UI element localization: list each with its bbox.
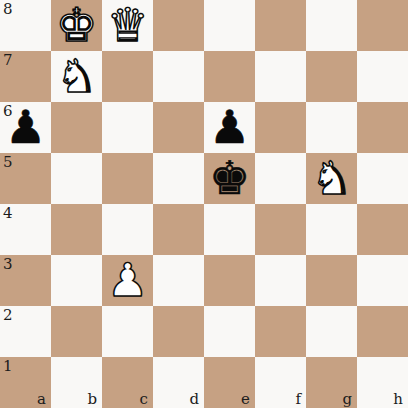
square-e4[interactable] [204, 204, 255, 255]
square-a3[interactable]: 3 [0, 255, 51, 306]
chess-board: 8♚♛7♞6♟♟5♚♞43♟21abcdefgh [0, 0, 408, 408]
square-c1[interactable]: c [102, 357, 153, 408]
file-label-c: c [140, 391, 148, 408]
white-knight[interactable]: ♞ [306, 153, 357, 204]
square-d3[interactable] [153, 255, 204, 306]
square-d8[interactable] [153, 0, 204, 51]
rank-label-5: 5 [3, 153, 13, 171]
square-f4[interactable] [255, 204, 306, 255]
square-g7[interactable] [306, 51, 357, 102]
file-label-e: e [241, 391, 250, 408]
square-d6[interactable] [153, 102, 204, 153]
rank-label-4: 4 [3, 204, 13, 222]
square-d7[interactable] [153, 51, 204, 102]
square-h3[interactable] [357, 255, 408, 306]
file-label-h: h [393, 391, 403, 408]
square-c4[interactable] [102, 204, 153, 255]
rank-label-8: 8 [3, 0, 13, 18]
square-h8[interactable] [357, 0, 408, 51]
square-h6[interactable] [357, 102, 408, 153]
square-c7[interactable] [102, 51, 153, 102]
square-b8[interactable]: ♚ [51, 0, 102, 51]
square-a6[interactable]: 6♟ [0, 102, 51, 153]
square-a7[interactable]: 7 [0, 51, 51, 102]
black-pawn[interactable]: ♟ [204, 102, 255, 153]
square-h4[interactable] [357, 204, 408, 255]
square-a2[interactable]: 2 [0, 306, 51, 357]
file-label-f: f [295, 391, 301, 408]
square-f8[interactable] [255, 0, 306, 51]
square-a1[interactable]: 1a [0, 357, 51, 408]
square-h7[interactable] [357, 51, 408, 102]
square-h2[interactable] [357, 306, 408, 357]
square-f1[interactable]: f [255, 357, 306, 408]
rank-label-7: 7 [3, 51, 13, 69]
black-pawn[interactable]: ♟ [0, 102, 51, 153]
square-b4[interactable] [51, 204, 102, 255]
square-e2[interactable] [204, 306, 255, 357]
square-h1[interactable]: h [357, 357, 408, 408]
square-f6[interactable] [255, 102, 306, 153]
square-e8[interactable] [204, 0, 255, 51]
square-a5[interactable]: 5 [0, 153, 51, 204]
square-h5[interactable] [357, 153, 408, 204]
square-g6[interactable] [306, 102, 357, 153]
white-king[interactable]: ♚ [51, 0, 102, 51]
square-c3[interactable]: ♟ [102, 255, 153, 306]
square-a8[interactable]: 8 [0, 0, 51, 51]
square-b1[interactable]: b [51, 357, 102, 408]
square-f2[interactable] [255, 306, 306, 357]
square-f3[interactable] [255, 255, 306, 306]
square-e7[interactable] [204, 51, 255, 102]
square-b6[interactable] [51, 102, 102, 153]
file-label-a: a [37, 391, 46, 408]
square-f5[interactable] [255, 153, 306, 204]
square-b5[interactable] [51, 153, 102, 204]
black-king[interactable]: ♚ [204, 153, 255, 204]
square-d2[interactable] [153, 306, 204, 357]
square-g5[interactable]: ♞ [306, 153, 357, 204]
square-b7[interactable]: ♞ [51, 51, 102, 102]
square-c8[interactable]: ♛ [102, 0, 153, 51]
square-b2[interactable] [51, 306, 102, 357]
square-g1[interactable]: g [306, 357, 357, 408]
white-knight[interactable]: ♞ [51, 51, 102, 102]
square-c6[interactable] [102, 102, 153, 153]
square-g2[interactable] [306, 306, 357, 357]
square-d5[interactable] [153, 153, 204, 204]
rank-label-1: 1 [3, 357, 13, 375]
square-f7[interactable] [255, 51, 306, 102]
square-c5[interactable] [102, 153, 153, 204]
square-b3[interactable] [51, 255, 102, 306]
file-label-g: g [342, 391, 352, 408]
square-g8[interactable] [306, 0, 357, 51]
square-e5[interactable]: ♚ [204, 153, 255, 204]
white-queen[interactable]: ♛ [102, 0, 153, 51]
file-label-b: b [87, 391, 97, 408]
square-d1[interactable]: d [153, 357, 204, 408]
square-e3[interactable] [204, 255, 255, 306]
square-d4[interactable] [153, 204, 204, 255]
square-e1[interactable]: e [204, 357, 255, 408]
square-a4[interactable]: 4 [0, 204, 51, 255]
square-e6[interactable]: ♟ [204, 102, 255, 153]
rank-label-2: 2 [3, 306, 13, 324]
square-g3[interactable] [306, 255, 357, 306]
square-c2[interactable] [102, 306, 153, 357]
file-label-d: d [189, 391, 199, 408]
square-g4[interactable] [306, 204, 357, 255]
rank-label-3: 3 [3, 255, 13, 273]
white-pawn[interactable]: ♟ [102, 255, 153, 306]
